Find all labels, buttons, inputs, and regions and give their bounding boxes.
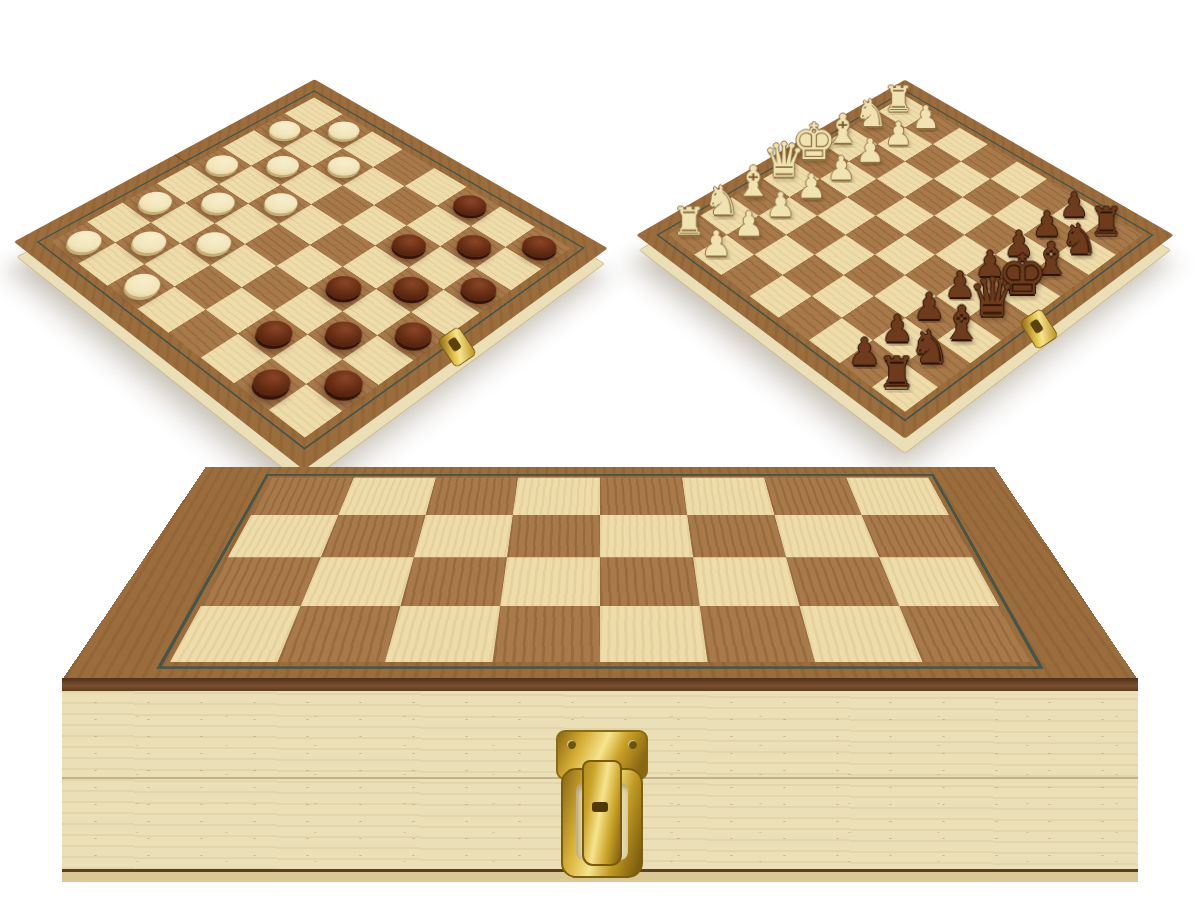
lid-square: [693, 557, 799, 606]
lid-square: [400, 557, 506, 606]
lid-square: [414, 515, 513, 557]
lid-square: [338, 478, 436, 515]
lid-square: [426, 478, 518, 515]
checkers-board: [14, 79, 608, 470]
lid-square: [500, 557, 600, 606]
box-lid-scene: [62, 472, 1138, 680]
lid-square: [682, 478, 774, 515]
latch-tongue: [582, 760, 622, 866]
clasp-slot: [447, 336, 462, 352]
chess-board-view: ♜♟♟♜♞♟♟♞♝♟♟♝♚♟♟♚♛♟♟♛♝♟♟♝♞♟♟♞♜♟♟♜: [620, 20, 1190, 450]
clasp-slot: [1029, 318, 1044, 334]
piece-glyph: ♟: [701, 227, 732, 260]
lid-square: [600, 606, 708, 662]
lid-square: [600, 478, 687, 515]
lid-front-edge: [62, 678, 1138, 691]
lid-square: [700, 606, 815, 662]
latch-screw: [628, 740, 637, 749]
chess-board: ♜♟♟♜♞♟♟♞♝♟♟♝♚♟♟♚♛♟♟♛♝♟♟♝♞♟♟♞♜♟♟♜: [636, 80, 1173, 439]
latch-screw: [567, 740, 576, 749]
latch-tongue-slot: [592, 802, 608, 812]
checkers-board-view: [8, 30, 612, 460]
lid-square: [301, 557, 414, 606]
chess-piece-white-pawn: ♟: [694, 196, 739, 259]
chess-piece-black-rook: ♜: [872, 324, 921, 394]
closed-box-view: [62, 472, 1138, 890]
lid-square: [385, 606, 500, 662]
lid-square: [687, 515, 786, 557]
lid-square: [492, 606, 600, 662]
lid-square: [513, 478, 600, 515]
lid-square: [600, 515, 693, 557]
lid-square: [764, 478, 862, 515]
board-square: [245, 224, 310, 266]
brass-latch: [550, 730, 650, 880]
board-square: [269, 384, 343, 438]
lid-square: [321, 515, 426, 557]
lid-square: [600, 557, 700, 606]
lid-square: [277, 606, 400, 662]
lid-square: [507, 515, 600, 557]
box-lid-top: [62, 467, 1138, 680]
piece-glyph: ♜: [878, 353, 916, 393]
